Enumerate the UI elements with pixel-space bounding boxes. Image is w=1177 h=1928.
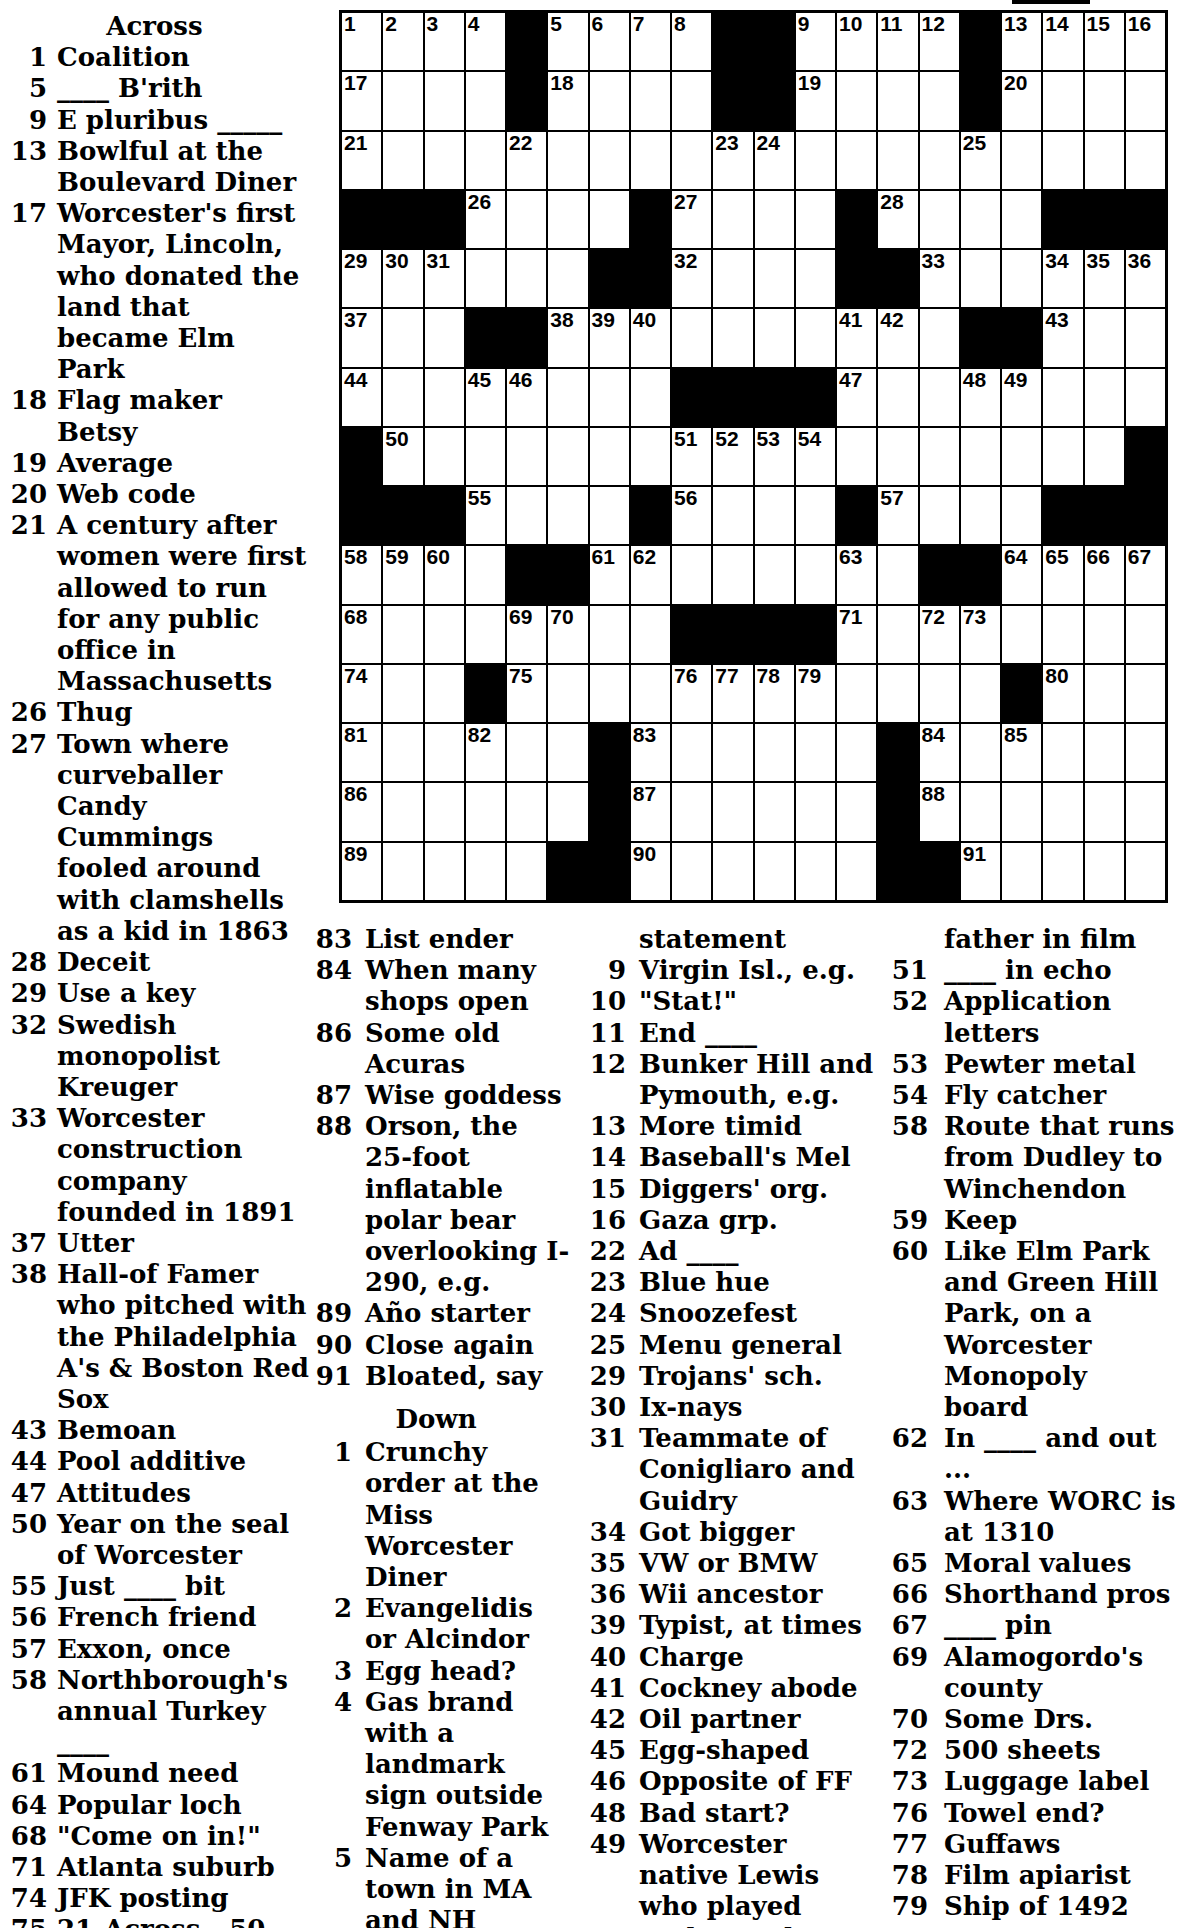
black-cell <box>590 250 629 307</box>
grid-cell[interactable] <box>837 428 876 485</box>
grid-cell[interactable]: 33 <box>920 250 959 307</box>
grid-cell[interactable]: 76 <box>672 665 711 722</box>
grid-cell[interactable] <box>466 606 505 663</box>
grid-cell[interactable]: 54 <box>796 428 835 485</box>
grid-cell[interactable]: 86 <box>342 783 381 840</box>
cell-number: 11 <box>880 12 902 36</box>
grid-cell[interactable] <box>713 191 752 248</box>
cell-number: 42 <box>880 308 903 332</box>
grid-cell[interactable]: 20 <box>1002 72 1041 129</box>
clue-number: 51 <box>882 955 944 986</box>
grid-cell[interactable] <box>1002 250 1041 307</box>
clue: 69 Alamogordo's county <box>882 1642 1177 1704</box>
grid-cell[interactable]: 88 <box>920 783 959 840</box>
grid-cell[interactable] <box>1043 369 1082 426</box>
grid-cell[interactable] <box>713 843 752 900</box>
grid-cell[interactable] <box>878 72 917 129</box>
grid-cell[interactable]: 3 <box>425 13 464 70</box>
grid-cell[interactable] <box>507 428 546 485</box>
grid-cell[interactable]: 16 <box>1126 13 1165 70</box>
grid-cell[interactable]: 28 <box>878 191 917 248</box>
grid-cell[interactable] <box>961 724 1000 781</box>
grid-cell[interactable] <box>383 72 422 129</box>
grid-cell[interactable] <box>920 487 959 544</box>
grid-cell[interactable] <box>383 309 422 366</box>
across-clue-list-tail: 83 List ender 84 When many shops open 86… <box>302 924 570 1392</box>
grid-cell[interactable] <box>713 546 752 603</box>
grid-cell[interactable] <box>383 724 422 781</box>
grid-cell[interactable] <box>713 309 752 366</box>
grid-cell[interactable] <box>631 606 670 663</box>
cell-number: 66 <box>1087 545 1110 569</box>
grid-cell[interactable] <box>466 428 505 485</box>
grid-cell[interactable] <box>425 132 464 189</box>
grid-cell[interactable] <box>1002 843 1041 900</box>
grid-cell[interactable]: 57 <box>878 487 917 544</box>
grid-cell[interactable] <box>1085 783 1124 840</box>
grid-cell[interactable] <box>672 546 711 603</box>
grid-cell[interactable] <box>383 132 422 189</box>
black-cell <box>920 843 959 900</box>
clue-text: Ad ____ <box>639 1236 876 1267</box>
grid-cell[interactable] <box>425 724 464 781</box>
black-cell <box>548 546 587 603</box>
grid-cell[interactable]: 69 <box>507 606 546 663</box>
grid-cell[interactable] <box>507 843 546 900</box>
grid-cell[interactable]: 11 <box>878 13 917 70</box>
grid-cell[interactable]: 1 <box>342 13 381 70</box>
grid-cell[interactable] <box>631 665 670 722</box>
grid-cell[interactable] <box>1085 606 1124 663</box>
grid-cell[interactable]: 53 <box>755 428 794 485</box>
grid-cell[interactable] <box>878 665 917 722</box>
grid-cell[interactable]: 13 <box>1002 13 1041 70</box>
grid-cell[interactable]: 61 <box>590 546 629 603</box>
grid-cell[interactable] <box>878 428 917 485</box>
black-cell <box>837 487 876 544</box>
grid-cell[interactable] <box>425 665 464 722</box>
clue-number: 61 <box>0 1758 57 1789</box>
grid-cell[interactable]: 75 <box>507 665 546 722</box>
grid-cell[interactable]: 31 <box>425 250 464 307</box>
grid-cell[interactable] <box>796 546 835 603</box>
grid-cell[interactable] <box>1043 428 1082 485</box>
grid-cell[interactable] <box>548 132 587 189</box>
grid-cell[interactable]: 48 <box>961 369 1000 426</box>
grid-cell[interactable]: 30 <box>383 250 422 307</box>
grid-cell[interactable] <box>796 132 835 189</box>
grid-cell[interactable] <box>837 843 876 900</box>
grid-cell[interactable]: 52 <box>713 428 752 485</box>
grid-cell[interactable] <box>466 132 505 189</box>
grid-cell[interactable]: 59 <box>383 546 422 603</box>
grid-cell[interactable] <box>1126 843 1165 900</box>
cell-number: 87 <box>633 782 656 806</box>
grid-cell[interactable]: 89 <box>342 843 381 900</box>
grid-cell[interactable] <box>1126 72 1165 129</box>
clue-number: 91 <box>302 1361 365 1392</box>
grid-cell[interactable] <box>466 72 505 129</box>
grid-cell[interactable]: 85 <box>1002 724 1041 781</box>
grid-cell[interactable] <box>1043 72 1082 129</box>
crossword-grid[interactable]: 1234567891011121314151617181920212223242… <box>339 10 1168 903</box>
grid-cell[interactable] <box>1043 132 1082 189</box>
grid-cell[interactable] <box>672 132 711 189</box>
cell-number: 88 <box>922 782 945 806</box>
grid-cell[interactable]: 12 <box>920 13 959 70</box>
grid-cell[interactable]: 70 <box>548 606 587 663</box>
grid-cell[interactable]: 36 <box>1126 250 1165 307</box>
grid-cell[interactable]: 65 <box>1043 546 1082 603</box>
grid-cell[interactable] <box>672 72 711 129</box>
grid-cell[interactable]: 72 <box>920 606 959 663</box>
clue-text: Fly catcher <box>944 1080 1177 1111</box>
grid-cell[interactable] <box>548 250 587 307</box>
grid-cell[interactable] <box>1085 724 1124 781</box>
grid-cell[interactable] <box>796 191 835 248</box>
grid-cell[interactable] <box>548 724 587 781</box>
grid-cell[interactable]: 45 <box>466 369 505 426</box>
grid-cell[interactable]: 78 <box>755 665 794 722</box>
grid-cell[interactable] <box>878 132 917 189</box>
grid-cell[interactable] <box>713 487 752 544</box>
grid-cell[interactable] <box>1085 843 1124 900</box>
grid-cell[interactable] <box>425 843 464 900</box>
grid-cell[interactable]: 80 <box>1043 665 1082 722</box>
grid-cell[interactable] <box>590 606 629 663</box>
grid-cell[interactable]: 46 <box>507 369 546 426</box>
grid-cell[interactable]: 41 <box>837 309 876 366</box>
grid-cell[interactable] <box>1002 606 1041 663</box>
grid-cell[interactable] <box>590 132 629 189</box>
grid-cell[interactable] <box>920 132 959 189</box>
grid-cell[interactable] <box>425 309 464 366</box>
grid-cell[interactable]: 81 <box>342 724 381 781</box>
grid-cell[interactable] <box>1126 606 1165 663</box>
grid-cell[interactable]: 68 <box>342 606 381 663</box>
grid-cell[interactable] <box>548 665 587 722</box>
grid-cell[interactable] <box>713 783 752 840</box>
grid-cell[interactable]: 24 <box>755 132 794 189</box>
cell-number: 4 <box>468 12 480 36</box>
grid-cell[interactable] <box>796 724 835 781</box>
grid-cell[interactable]: 67 <box>1126 546 1165 603</box>
grid-cell[interactable] <box>1085 428 1124 485</box>
grid-cell[interactable]: 71 <box>837 606 876 663</box>
grid-cell[interactable] <box>920 191 959 248</box>
grid-cell[interactable]: 50 <box>383 428 422 485</box>
grid-cell[interactable] <box>837 132 876 189</box>
grid-cell[interactable]: 42 <box>878 309 917 366</box>
grid-cell[interactable] <box>1002 132 1041 189</box>
grid-cell[interactable]: 17 <box>342 72 381 129</box>
grid-cell[interactable] <box>672 724 711 781</box>
grid-cell[interactable] <box>961 250 1000 307</box>
grid-cell[interactable] <box>383 783 422 840</box>
grid-cell[interactable] <box>796 783 835 840</box>
grid-cell[interactable]: 9 <box>796 13 835 70</box>
clue-number: 66 <box>882 1579 944 1610</box>
grid-cell[interactable]: 87 <box>631 783 670 840</box>
grid-cell[interactable] <box>837 724 876 781</box>
cell-number: 5 <box>550 12 562 36</box>
grid-cell[interactable]: 58 <box>342 546 381 603</box>
cell-number: 54 <box>798 427 821 451</box>
grid-cell[interactable]: 27 <box>672 191 711 248</box>
grid-cell[interactable] <box>1085 72 1124 129</box>
grid-cell[interactable]: 35 <box>1085 250 1124 307</box>
grid-cell[interactable]: 23 <box>713 132 752 189</box>
grid-cell[interactable] <box>383 665 422 722</box>
grid-cell[interactable]: 64 <box>1002 546 1041 603</box>
black-cell <box>383 487 422 544</box>
clue-text: "Stat!" <box>639 986 876 1017</box>
grid-cell[interactable] <box>548 369 587 426</box>
grid-cell[interactable] <box>961 428 1000 485</box>
grid-cell[interactable] <box>755 250 794 307</box>
grid-cell[interactable] <box>755 487 794 544</box>
grid-cell[interactable] <box>631 132 670 189</box>
grid-cell[interactable]: 19 <box>796 72 835 129</box>
grid-cell[interactable] <box>548 783 587 840</box>
grid-cell[interactable]: 10 <box>837 13 876 70</box>
grid-cell[interactable] <box>920 309 959 366</box>
clue-number: 47 <box>0 1478 57 1509</box>
grid-cell[interactable] <box>1126 783 1165 840</box>
grid-cell[interactable] <box>590 72 629 129</box>
grid-cell[interactable] <box>755 783 794 840</box>
grid-cell[interactable]: 15 <box>1085 13 1124 70</box>
grid-cell[interactable] <box>466 783 505 840</box>
grid-cell[interactable]: 47 <box>837 369 876 426</box>
grid-cell[interactable]: 7 <box>631 13 670 70</box>
grid-cell[interactable] <box>548 428 587 485</box>
grid-cell[interactable]: 51 <box>672 428 711 485</box>
grid-cell[interactable] <box>631 72 670 129</box>
grid-cell[interactable]: 44 <box>342 369 381 426</box>
grid-cell[interactable]: 14 <box>1043 13 1082 70</box>
grid-cell[interactable] <box>631 369 670 426</box>
clue-text: Bemoan <box>57 1415 309 1446</box>
grid-cell[interactable]: 55 <box>466 487 505 544</box>
clue-text: VW or BMW <box>639 1548 876 1579</box>
grid-cell[interactable] <box>755 191 794 248</box>
grid-cell[interactable]: 62 <box>631 546 670 603</box>
grid-cell[interactable]: 18 <box>548 72 587 129</box>
grid-cell[interactable] <box>672 783 711 840</box>
grid-cell[interactable] <box>1002 428 1041 485</box>
grid-cell[interactable] <box>383 606 422 663</box>
clue-number: 74 <box>0 1883 57 1914</box>
clue-number: 15 <box>576 1174 639 1205</box>
grid-cell[interactable] <box>1126 369 1165 426</box>
grid-cell[interactable]: 43 <box>1043 309 1082 366</box>
grid-cell[interactable] <box>878 546 917 603</box>
grid-cell[interactable] <box>920 72 959 129</box>
grid-cell[interactable]: 6 <box>590 13 629 70</box>
grid-cell[interactable] <box>425 72 464 129</box>
clue-text: Application letters <box>944 986 1177 1048</box>
cell-number: 72 <box>922 605 945 629</box>
grid-cell[interactable]: 40 <box>631 309 670 366</box>
grid-cell[interactable]: 91 <box>961 843 1000 900</box>
grid-cell[interactable] <box>961 783 1000 840</box>
grid-cell[interactable] <box>425 369 464 426</box>
grid-cell[interactable] <box>920 369 959 426</box>
grid-cell[interactable] <box>878 369 917 426</box>
grid-cell[interactable]: 63 <box>837 546 876 603</box>
grid-cell[interactable] <box>920 428 959 485</box>
grid-cell[interactable] <box>425 783 464 840</box>
grid-cell[interactable]: 60 <box>425 546 464 603</box>
grid-cell[interactable] <box>383 843 422 900</box>
clue-text: Film apiarist <box>944 1860 1177 1891</box>
black-cell <box>507 309 546 366</box>
clue-text: More timid <box>639 1111 876 1142</box>
grid-cell[interactable]: 66 <box>1085 546 1124 603</box>
grid-cell[interactable]: 79 <box>796 665 835 722</box>
grid-cell[interactable]: 5 <box>548 13 587 70</box>
grid-cell[interactable] <box>920 665 959 722</box>
grid-cell[interactable]: 73 <box>961 606 1000 663</box>
clue-text: Worcester native Lewis who played Andy H… <box>639 1829 876 1928</box>
grid-cell[interactable]: 2 <box>383 13 422 70</box>
grid-cell[interactable] <box>590 369 629 426</box>
clue-number: 56 <box>0 1602 57 1633</box>
grid-cell[interactable]: 83 <box>631 724 670 781</box>
grid-cell[interactable] <box>837 665 876 722</box>
grid-cell[interactable] <box>1085 132 1124 189</box>
grid-cell[interactable] <box>837 783 876 840</box>
cell-number: 77 <box>715 664 738 688</box>
grid-cell[interactable] <box>425 428 464 485</box>
grid-cell[interactable] <box>961 665 1000 722</box>
grid-cell[interactable] <box>507 250 546 307</box>
clue: 11 End ____ <box>576 1018 876 1049</box>
grid-cell[interactable] <box>1126 724 1165 781</box>
grid-cell[interactable]: 49 <box>1002 369 1041 426</box>
grid-cell[interactable] <box>961 487 1000 544</box>
grid-cell[interactable]: 25 <box>961 132 1000 189</box>
grid-cell[interactable] <box>1043 724 1082 781</box>
grid-cell[interactable]: 82 <box>466 724 505 781</box>
grid-cell[interactable] <box>672 309 711 366</box>
grid-cell[interactable]: 77 <box>713 665 752 722</box>
grid-cell[interactable]: 4 <box>466 13 505 70</box>
black-cell <box>590 783 629 840</box>
grid-cell[interactable] <box>1085 369 1124 426</box>
clue-column-4: father in film 51 ____ in echo 52 Applic… <box>882 924 1177 1928</box>
grid-cell[interactable]: 29 <box>342 250 381 307</box>
clue-number: 75 <box>0 1914 57 1928</box>
grid-cell[interactable] <box>507 487 546 544</box>
grid-cell[interactable]: 74 <box>342 665 381 722</box>
grid-cell[interactable]: 34 <box>1043 250 1082 307</box>
clue-text: Thug <box>57 697 309 728</box>
clue-text: Teammate of Conigliaro and Guidry <box>639 1423 876 1517</box>
grid-cell[interactable] <box>466 843 505 900</box>
grid-cell[interactable] <box>755 309 794 366</box>
grid-cell[interactable] <box>796 843 835 900</box>
cell-number: 6 <box>592 12 604 36</box>
grid-cell[interactable] <box>1126 309 1165 366</box>
grid-cell[interactable] <box>507 783 546 840</box>
grid-cell[interactable] <box>590 428 629 485</box>
grid-cell[interactable] <box>425 606 464 663</box>
grid-cell[interactable]: 21 <box>342 132 381 189</box>
grid-cell[interactable] <box>1085 309 1124 366</box>
grid-cell[interactable] <box>1043 843 1082 900</box>
grid-cell[interactable] <box>755 724 794 781</box>
grid-cell[interactable]: 37 <box>342 309 381 366</box>
grid-cell[interactable] <box>383 369 422 426</box>
grid-cell[interactable] <box>713 724 752 781</box>
grid-cell[interactable] <box>1002 191 1041 248</box>
clue-text: Just ____ bit <box>57 1571 309 1602</box>
grid-cell[interactable] <box>1085 665 1124 722</box>
clue: 70 Some Drs. <box>882 1704 1177 1735</box>
grid-cell[interactable] <box>590 191 629 248</box>
grid-cell[interactable]: 8 <box>672 13 711 70</box>
grid-cell[interactable]: 84 <box>920 724 959 781</box>
grid-cell[interactable]: 26 <box>466 191 505 248</box>
clue: 35 VW or BMW <box>576 1548 876 1579</box>
grid-cell[interactable] <box>590 487 629 544</box>
grid-cell[interactable] <box>1043 606 1082 663</box>
grid-cell[interactable]: 39 <box>590 309 629 366</box>
clue: 5 ____ B'rith <box>0 73 309 104</box>
grid-cell[interactable] <box>590 665 629 722</box>
grid-cell[interactable] <box>755 546 794 603</box>
grid-cell[interactable]: 38 <box>548 309 587 366</box>
grid-cell[interactable] <box>507 724 546 781</box>
clue-text: 21-Across - 50-Across: years since Worce… <box>57 1914 309 1928</box>
grid-cell[interactable] <box>548 191 587 248</box>
grid-cell[interactable] <box>1002 487 1041 544</box>
grid-cell[interactable] <box>796 309 835 366</box>
grid-cell[interactable]: 32 <box>672 250 711 307</box>
clue-text: Like Elm Park and Green Hill Park, on a … <box>944 1236 1177 1423</box>
grid-cell[interactable] <box>755 843 794 900</box>
grid-cell[interactable] <box>878 606 917 663</box>
grid-cell[interactable] <box>961 191 1000 248</box>
cell-number: 65 <box>1045 545 1068 569</box>
grid-cell[interactable] <box>796 487 835 544</box>
grid-cell[interactable] <box>1002 783 1041 840</box>
grid-cell[interactable]: 22 <box>507 132 546 189</box>
cell-number: 46 <box>509 368 532 392</box>
grid-cell[interactable] <box>631 428 670 485</box>
grid-cell[interactable] <box>672 843 711 900</box>
cell-number: 63 <box>839 545 862 569</box>
grid-cell[interactable] <box>1126 665 1165 722</box>
grid-cell[interactable]: 90 <box>631 843 670 900</box>
grid-cell[interactable] <box>507 191 546 248</box>
grid-cell[interactable] <box>1126 132 1165 189</box>
grid-cell[interactable] <box>713 250 752 307</box>
grid-cell[interactable] <box>837 72 876 129</box>
clue-text: Bad start? <box>639 1798 876 1829</box>
clue: statement <box>576 924 876 955</box>
clue: 44 Pool additive <box>0 1446 309 1477</box>
grid-cell[interactable] <box>1043 783 1082 840</box>
grid-cell[interactable] <box>548 487 587 544</box>
clue-text: Flag maker Betsy <box>57 385 309 447</box>
grid-cell[interactable] <box>466 546 505 603</box>
grid-cell[interactable] <box>466 250 505 307</box>
grid-cell[interactable] <box>796 250 835 307</box>
grid-cell[interactable]: 56 <box>672 487 711 544</box>
